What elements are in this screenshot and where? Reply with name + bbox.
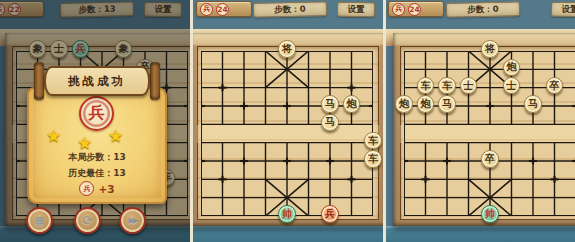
victory-panel: 兵 22 步数：13 设置 象士兵象卒车 挑战成功 兵 ★ ★ ★ 本局步数：1… <box>0 0 190 242</box>
xiangqi-board: 将炮车车士士卒炮炮马马卒帅 <box>393 33 575 226</box>
piece-马[interactable]: 马 <box>321 114 339 132</box>
board-surface: 将炮车车士士卒炮炮马马卒帅 <box>400 46 575 220</box>
pawn-icon: 兵 <box>200 3 213 16</box>
piece-士[interactable]: 士 <box>503 77 521 95</box>
top-bar: 兵 24 步数：0 设置 <box>386 0 575 20</box>
piece-将[interactable]: 将 <box>481 40 499 58</box>
star-icon: ★ <box>46 126 61 146</box>
piece-炮[interactable]: 炮 <box>343 95 361 113</box>
victory-banner: 挑战成功 <box>36 64 158 98</box>
puzzle-panel-b: 兵 24 步数：0 设置 将炮车车士士卒炮炮马马卒帅 <box>383 0 575 242</box>
steps-counter: 步数：0 <box>253 1 327 18</box>
pieces-layer: 将马炮马车车帅兵 <box>190 42 383 225</box>
water-strip <box>193 226 383 242</box>
restart-button[interactable]: ⟳ <box>74 207 101 234</box>
water-strip <box>386 226 575 242</box>
steps-counter: 步数：0 <box>446 1 520 18</box>
piece-马[interactable]: 马 <box>321 95 339 113</box>
piece-卒[interactable]: 卒 <box>546 77 564 95</box>
star-icon: ★ <box>77 133 92 153</box>
pieces-layer: 将炮车车士士卒炮炮马马卒帅 <box>393 42 575 225</box>
piece-车[interactable]: 车 <box>364 132 382 150</box>
piece-帅[interactable]: 帅 <box>481 205 499 223</box>
scroll-roller-left <box>34 62 44 100</box>
star-icon: ★ <box>108 126 123 146</box>
piece-士[interactable]: 士 <box>460 77 478 95</box>
piece-将[interactable]: 将 <box>278 40 296 58</box>
pawn-icon: 兵 <box>392 3 405 16</box>
next-level-button[interactable]: ▶▶ <box>119 207 146 234</box>
victory-title: 挑战成功 <box>44 66 150 96</box>
pawn-count-badge: 24 <box>408 3 421 16</box>
reward-pawn-icon: 兵 <box>79 181 94 196</box>
levels-menu-button[interactable]: ▦ <box>26 207 53 234</box>
pawn-count-plaque: 兵 24 <box>196 1 252 17</box>
best-steps-text: 历史最佳：13 <box>29 167 165 180</box>
piece-炮[interactable]: 炮 <box>503 59 521 77</box>
victory-scroll: 兵 ★ ★ ★ 本局步数：13 历史最佳：13 兵 +3 <box>27 87 167 204</box>
reward-amount: +3 <box>98 183 114 195</box>
piece-帅[interactable]: 帅 <box>278 205 296 223</box>
piece-车[interactable]: 车 <box>417 77 435 95</box>
settings-button[interactable]: 设置 <box>337 2 375 18</box>
piece-兵[interactable]: 兵 <box>321 205 339 223</box>
board-surface: 将马炮马车车帅兵 <box>197 46 379 220</box>
pawn-count-badge: 24 <box>216 3 229 16</box>
pawn-count-plaque: 兵 24 <box>388 1 444 17</box>
scroll-roller-right <box>150 62 160 100</box>
piece-炮[interactable]: 炮 <box>417 95 435 113</box>
piece-卒[interactable]: 卒 <box>481 150 499 168</box>
current-steps-text: 本局步数：13 <box>29 151 165 164</box>
top-bar: 兵 24 步数：0 设置 <box>193 0 383 20</box>
piece-马[interactable]: 马 <box>438 95 456 113</box>
piece-马[interactable]: 马 <box>524 95 542 113</box>
piece-车[interactable]: 车 <box>438 77 456 95</box>
piece-车[interactable]: 车 <box>364 150 382 168</box>
reward-row: 兵 +3 <box>29 181 165 196</box>
xiangqi-board: 将马炮马车车帅兵 <box>190 33 383 226</box>
puzzle-panel-a: 兵 24 步数：0 设置 将马炮马车车帅兵 <box>190 0 383 242</box>
settings-button[interactable]: 设置 <box>551 2 575 18</box>
piece-炮[interactable]: 炮 <box>395 95 413 113</box>
